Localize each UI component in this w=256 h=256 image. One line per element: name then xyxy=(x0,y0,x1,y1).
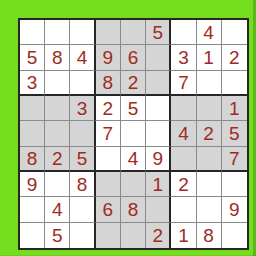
cell-r3c1[interactable]: 3 xyxy=(20,71,45,96)
cell-r7c7[interactable]: 2 xyxy=(171,172,196,197)
cell-r5c4[interactable]: 7 xyxy=(96,121,121,146)
cell-r5c8[interactable]: 2 xyxy=(197,121,222,146)
cell-r9c3[interactable] xyxy=(70,223,95,248)
cell-r9c2[interactable]: 5 xyxy=(45,223,70,248)
cell-r6c9[interactable]: 7 xyxy=(222,147,247,172)
cell-r7c5[interactable] xyxy=(121,172,146,197)
cell-r1c4[interactable] xyxy=(96,20,121,45)
cell-r3c9[interactable] xyxy=(222,71,247,96)
cell-r9c5[interactable] xyxy=(121,223,146,248)
cell-r1c3[interactable] xyxy=(70,20,95,45)
cell-r2c4[interactable]: 9 xyxy=(96,45,121,70)
cell-r6c6[interactable]: 9 xyxy=(146,147,171,172)
cell-r7c2[interactable] xyxy=(45,172,70,197)
cell-r2c5[interactable]: 6 xyxy=(121,45,146,70)
cell-r7c9[interactable] xyxy=(222,172,247,197)
cell-r5c6[interactable] xyxy=(146,121,171,146)
cell-r2c1[interactable]: 5 xyxy=(20,45,45,70)
cell-r2c7[interactable]: 3 xyxy=(171,45,196,70)
cell-r6c7[interactable] xyxy=(171,147,196,172)
cell-r5c3[interactable] xyxy=(70,121,95,146)
cell-r6c8[interactable] xyxy=(197,147,222,172)
cell-r2c6[interactable] xyxy=(146,45,171,70)
cell-r9c9[interactable] xyxy=(222,223,247,248)
cell-r9c4[interactable] xyxy=(96,223,121,248)
cell-r7c3[interactable]: 8 xyxy=(70,172,95,197)
cell-r6c4[interactable] xyxy=(96,147,121,172)
cell-r6c3[interactable]: 5 xyxy=(70,147,95,172)
cell-r8c6[interactable] xyxy=(146,197,171,222)
cell-r7c6[interactable]: 1 xyxy=(146,172,171,197)
cell-r3c5[interactable]: 2 xyxy=(121,71,146,96)
cell-r2c8[interactable]: 1 xyxy=(197,45,222,70)
cell-r2c3[interactable]: 4 xyxy=(70,45,95,70)
cell-r4c9[interactable]: 1 xyxy=(222,96,247,121)
cell-r9c7[interactable]: 1 xyxy=(171,223,196,248)
cell-r4c6[interactable] xyxy=(146,96,171,121)
app-background: 5458496312382732517425825497981246895218 xyxy=(0,0,256,256)
cell-r6c2[interactable]: 2 xyxy=(45,147,70,172)
cell-r1c2[interactable] xyxy=(45,20,70,45)
cell-r8c5[interactable]: 8 xyxy=(121,197,146,222)
cell-r8c9[interactable]: 9 xyxy=(222,197,247,222)
cell-r6c5[interactable]: 4 xyxy=(121,147,146,172)
cell-r4c2[interactable] xyxy=(45,96,70,121)
cell-r5c5[interactable] xyxy=(121,121,146,146)
cell-r1c1[interactable] xyxy=(20,20,45,45)
cell-r7c8[interactable] xyxy=(197,172,222,197)
cell-r8c2[interactable]: 4 xyxy=(45,197,70,222)
cell-r3c8[interactable] xyxy=(197,71,222,96)
cell-r4c7[interactable] xyxy=(171,96,196,121)
cell-r9c8[interactable]: 8 xyxy=(197,223,222,248)
cell-r1c8[interactable]: 4 xyxy=(197,20,222,45)
cell-r8c1[interactable] xyxy=(20,197,45,222)
cell-r9c6[interactable]: 2 xyxy=(146,223,171,248)
cell-r1c9[interactable] xyxy=(222,20,247,45)
cell-r5c2[interactable] xyxy=(45,121,70,146)
cell-r7c4[interactable] xyxy=(96,172,121,197)
cell-r8c7[interactable] xyxy=(171,197,196,222)
cell-r1c6[interactable]: 5 xyxy=(146,20,171,45)
cell-r4c1[interactable] xyxy=(20,96,45,121)
cell-r7c1[interactable]: 9 xyxy=(20,172,45,197)
cell-r8c3[interactable] xyxy=(70,197,95,222)
cell-r8c4[interactable]: 6 xyxy=(96,197,121,222)
cell-r3c7[interactable]: 7 xyxy=(171,71,196,96)
cell-r2c9[interactable]: 2 xyxy=(222,45,247,70)
cell-r9c1[interactable] xyxy=(20,223,45,248)
cell-r4c8[interactable] xyxy=(197,96,222,121)
cell-r4c5[interactable]: 5 xyxy=(121,96,146,121)
cell-r1c7[interactable] xyxy=(171,20,196,45)
cell-r3c4[interactable]: 8 xyxy=(96,71,121,96)
cell-r4c3[interactable]: 3 xyxy=(70,96,95,121)
cell-r5c7[interactable]: 4 xyxy=(171,121,196,146)
cell-r8c8[interactable] xyxy=(197,197,222,222)
cell-r3c3[interactable] xyxy=(70,71,95,96)
sudoku-board: 5458496312382732517425825497981246895218 xyxy=(18,18,249,250)
cell-r5c9[interactable]: 5 xyxy=(222,121,247,146)
cell-r6c1[interactable]: 8 xyxy=(20,147,45,172)
cell-r3c2[interactable] xyxy=(45,71,70,96)
cell-r3c6[interactable] xyxy=(146,71,171,96)
cell-r5c1[interactable] xyxy=(20,121,45,146)
cell-r4c4[interactable]: 2 xyxy=(96,96,121,121)
cell-r2c2[interactable]: 8 xyxy=(45,45,70,70)
cell-r1c5[interactable] xyxy=(121,20,146,45)
